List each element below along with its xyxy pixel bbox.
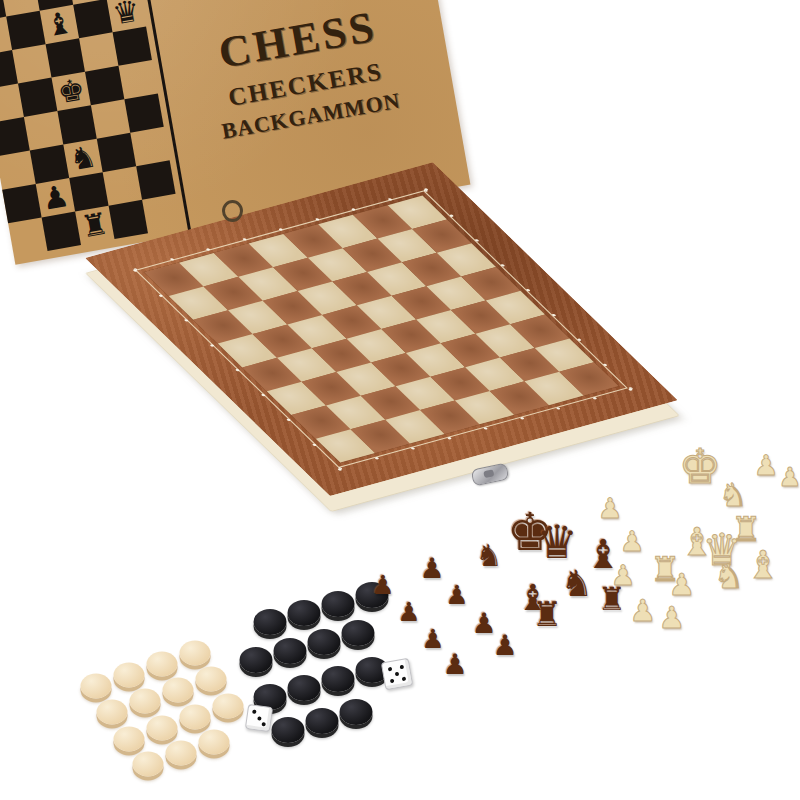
cream-checker bbox=[133, 752, 164, 777]
border-stud bbox=[314, 218, 319, 221]
light-pawn: ♟ bbox=[778, 464, 800, 490]
black-checker bbox=[274, 638, 307, 664]
black-checker bbox=[288, 600, 321, 626]
border-stud bbox=[337, 468, 342, 471]
light-bishop: ♝ bbox=[680, 523, 714, 561]
cream-checker bbox=[147, 652, 178, 677]
border-stud bbox=[500, 264, 505, 267]
cream-checker bbox=[180, 641, 211, 666]
die-showing-3 bbox=[245, 704, 273, 732]
border-stud bbox=[169, 258, 174, 261]
board-grid bbox=[144, 196, 618, 463]
die-pip bbox=[400, 665, 405, 670]
black-checker bbox=[288, 675, 321, 701]
cream-checker bbox=[97, 700, 128, 725]
border-stud bbox=[374, 457, 379, 460]
die-pip bbox=[261, 722, 266, 727]
cream-checker bbox=[147, 716, 178, 741]
cream-checker bbox=[81, 674, 112, 699]
border-stud bbox=[447, 437, 452, 440]
box-queen-silhouette: ♛ bbox=[110, 0, 142, 30]
box-pattern-square bbox=[42, 212, 81, 251]
border-stud bbox=[525, 289, 530, 292]
border-stud bbox=[132, 269, 137, 272]
cream-checker bbox=[166, 741, 197, 766]
die-showing-5 bbox=[381, 658, 413, 690]
dark-knight: ♞ bbox=[476, 541, 503, 571]
border-stud bbox=[286, 418, 291, 421]
black-checker bbox=[322, 666, 355, 692]
border-stud bbox=[602, 363, 607, 366]
border-stud bbox=[205, 248, 210, 251]
border-stud bbox=[260, 393, 265, 396]
die-pip bbox=[390, 679, 395, 684]
border-stud bbox=[351, 208, 356, 211]
border-stud bbox=[628, 388, 633, 391]
dark-rook: ♜ bbox=[532, 597, 562, 631]
die-pip bbox=[252, 710, 257, 715]
black-checker bbox=[308, 629, 341, 655]
cream-checker bbox=[180, 705, 211, 730]
cream-checker bbox=[114, 727, 145, 752]
dark-pawn: ♟ bbox=[397, 599, 420, 625]
border-stud bbox=[209, 344, 214, 347]
die-pip bbox=[257, 716, 262, 721]
border-stud bbox=[278, 228, 283, 231]
box-pattern-square: ♜ bbox=[75, 206, 114, 245]
box-rook-silhouette: ♜ bbox=[79, 208, 111, 242]
light-pawn: ♟ bbox=[619, 528, 644, 556]
box-knight-silhouette: ♞ bbox=[67, 141, 99, 175]
box-king-silhouette: ♚ bbox=[55, 74, 87, 108]
border-stud bbox=[387, 198, 392, 201]
cream-checker bbox=[114, 663, 145, 688]
hanging-ring bbox=[222, 200, 243, 222]
light-rook: ♜ bbox=[731, 512, 761, 546]
border-stud bbox=[449, 214, 454, 217]
light-pawn: ♟ bbox=[659, 603, 686, 633]
border-stud bbox=[158, 294, 163, 297]
border-stud bbox=[184, 319, 189, 322]
box-pawn-silhouette: ♟ bbox=[40, 181, 72, 215]
light-pawn: ♟ bbox=[610, 562, 635, 590]
black-checker bbox=[340, 699, 373, 725]
cream-checker bbox=[130, 689, 161, 714]
dark-pawn: ♟ bbox=[442, 651, 467, 679]
border-stud bbox=[312, 443, 317, 446]
light-bishop: ♝ bbox=[746, 546, 780, 584]
box-titles: CHESS CHECKERS BACKGAMMON bbox=[164, 0, 442, 152]
box-pattern-square bbox=[142, 194, 181, 233]
light-pawn: ♟ bbox=[630, 596, 657, 626]
dark-pawn: ♟ bbox=[492, 632, 517, 660]
border-stud bbox=[592, 397, 597, 400]
dark-pawn: ♟ bbox=[445, 582, 468, 608]
dark-pawn: ♟ bbox=[419, 555, 444, 583]
cream-checker bbox=[199, 730, 230, 755]
product-photo-scene: ♝♛♚♞♟♜ 3 IN 1 CHESS CHECKERS BACKGAMMON … bbox=[0, 0, 800, 800]
die-pip bbox=[388, 667, 393, 672]
light-pawn: ♟ bbox=[597, 495, 622, 523]
dark-pawn: ♟ bbox=[371, 572, 394, 598]
border-stud bbox=[551, 313, 556, 316]
light-king: ♚ bbox=[678, 442, 721, 490]
border-stud bbox=[410, 447, 415, 450]
light-knight: ♞ bbox=[719, 479, 748, 511]
border-stud bbox=[519, 417, 524, 420]
border-stud bbox=[483, 427, 488, 430]
box-pattern-square bbox=[109, 200, 148, 239]
box-pattern-square bbox=[8, 217, 47, 256]
border-stud bbox=[577, 338, 582, 341]
black-checker bbox=[240, 647, 273, 673]
black-checker bbox=[342, 620, 375, 646]
border-stud bbox=[556, 407, 561, 410]
dark-pawn: ♟ bbox=[421, 626, 444, 652]
box-bishop-silhouette: ♝ bbox=[44, 7, 76, 41]
black-checker bbox=[254, 609, 287, 635]
dark-knight: ♞ bbox=[561, 566, 593, 602]
dark-queen: ♛ bbox=[536, 519, 577, 565]
black-checker bbox=[272, 717, 305, 743]
cream-checker bbox=[213, 694, 244, 719]
black-checker bbox=[306, 708, 339, 734]
border-stud bbox=[474, 239, 479, 242]
black-checker bbox=[322, 591, 355, 617]
light-knight: ♞ bbox=[714, 559, 744, 593]
die-pip bbox=[402, 677, 407, 682]
cream-checker bbox=[196, 667, 227, 692]
light-pawn: ♟ bbox=[669, 570, 696, 600]
light-pawn: ♟ bbox=[753, 452, 778, 480]
die-pip bbox=[395, 672, 400, 677]
border-stud bbox=[242, 238, 247, 241]
cream-checker bbox=[163, 678, 194, 703]
border-stud bbox=[235, 369, 240, 372]
